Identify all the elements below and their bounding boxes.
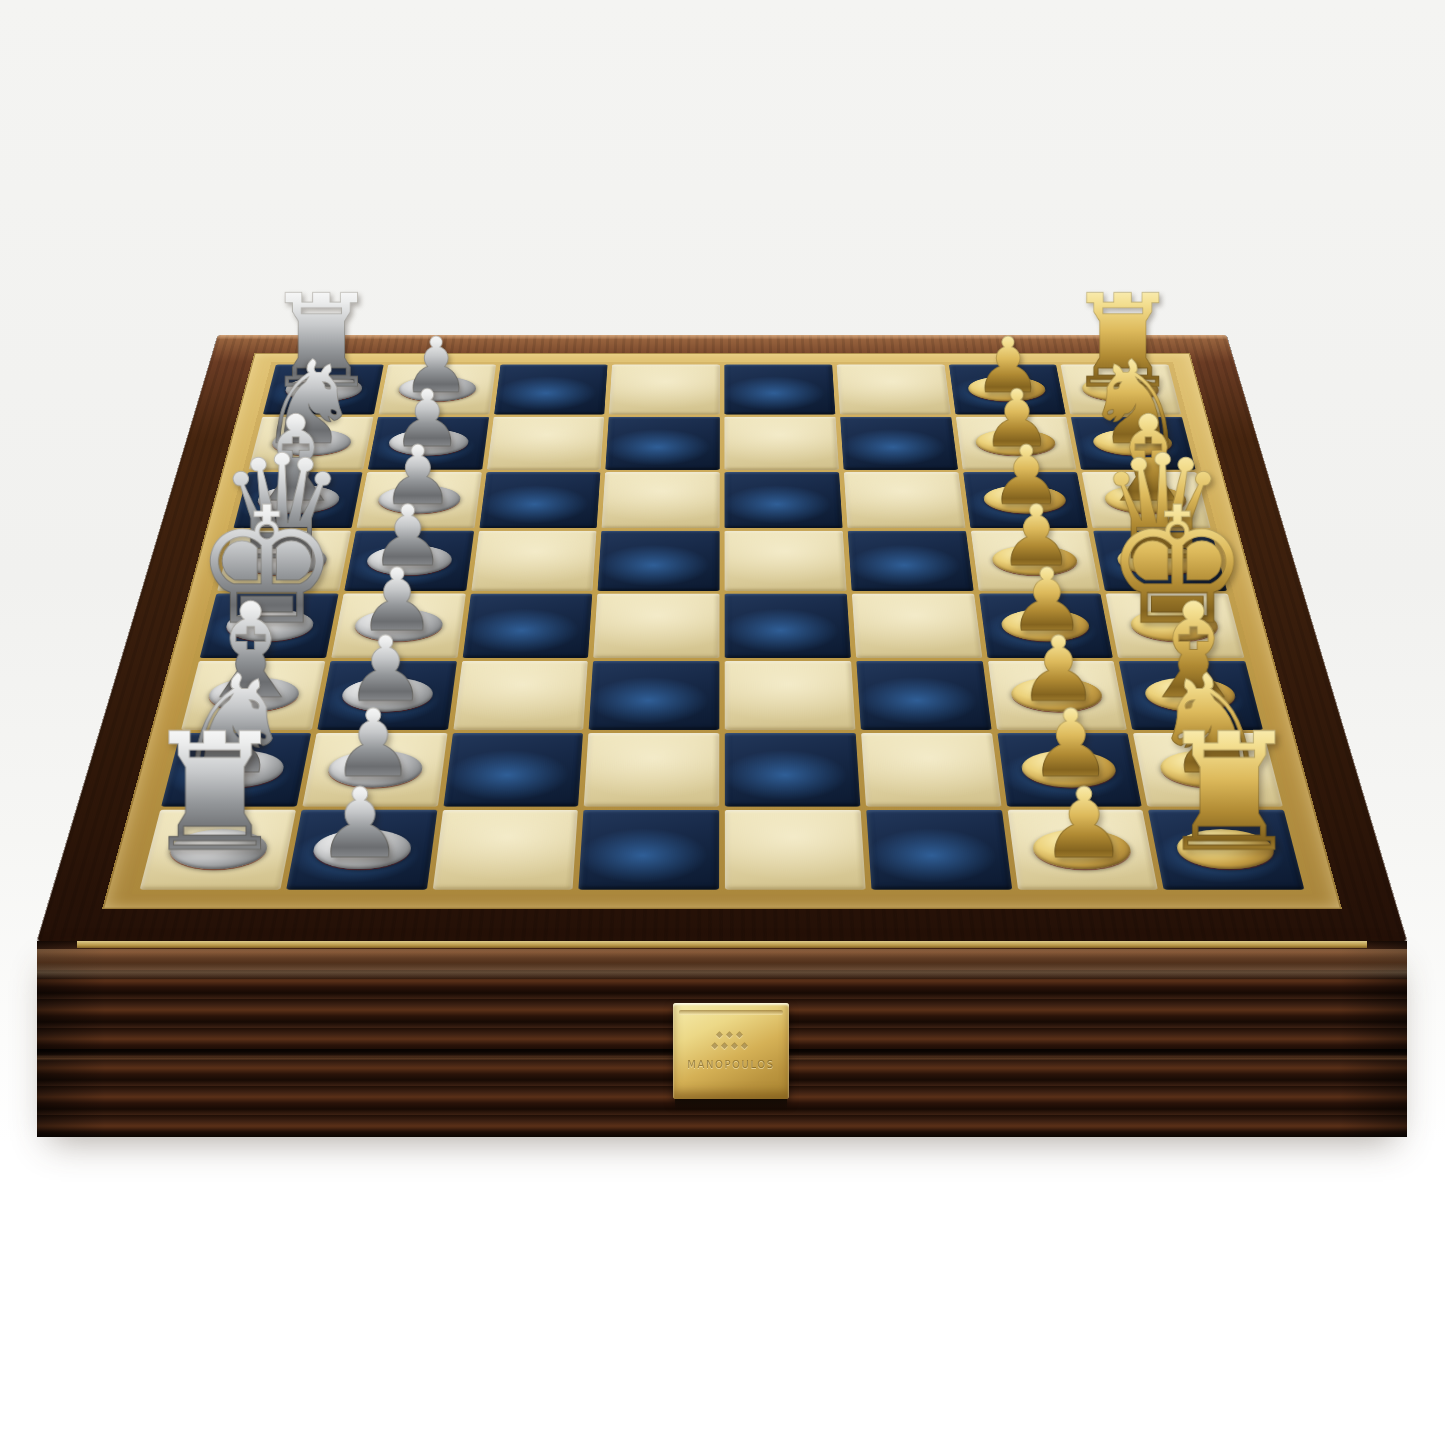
latch-logo-row2: ◆◆◆◆ <box>673 1040 789 1051</box>
latch-engraving: MANOPOULOS <box>673 1059 789 1070</box>
square-d6[interactable] <box>848 531 974 591</box>
board-scene: ♜♟♟♜♞♟♟♞♝♟♟♝♛♟♟♛♚♟♟♚♝♟♟♝♞♟♟♞♜♟♟♜ <box>0 0 1445 1445</box>
square-d3[interactable] <box>471 531 597 591</box>
case-lid-bevel <box>37 949 1407 979</box>
square-h6[interactable] <box>866 810 1012 890</box>
square-g5[interactable] <box>725 733 860 807</box>
square-d5[interactable] <box>725 531 847 591</box>
square-f6[interactable] <box>856 661 991 730</box>
square-g6[interactable] <box>861 733 1001 807</box>
square-a4[interactable] <box>609 365 720 415</box>
square-e6[interactable] <box>852 594 982 658</box>
latch-logo: ◆◆◆ ◆◆◆◆ <box>673 1029 789 1051</box>
square-h7[interactable]: ♟ <box>1007 810 1158 890</box>
square-h2[interactable]: ♟ <box>286 810 437 890</box>
square-b3[interactable] <box>487 417 605 470</box>
square-c6[interactable] <box>844 472 966 528</box>
latch: ◆◆◆ ◆◆◆◆ MANOPOULOS <box>673 1003 789 1099</box>
piece-silver-rook-h1[interactable]: ♜ <box>142 719 288 869</box>
piece-gold-rook-h8[interactable]: ♜ <box>1156 719 1302 869</box>
square-c5[interactable] <box>724 472 842 528</box>
latch-logo-row1: ◆◆◆ <box>673 1029 789 1040</box>
chess-board: ♜♟♟♜♞♟♟♞♝♟♟♝♛♟♟♛♚♟♟♚♝♟♟♝♞♟♟♞♜♟♟♜ <box>37 335 1407 942</box>
square-b4[interactable] <box>606 417 720 470</box>
square-c3[interactable] <box>479 472 601 528</box>
case-front: ◆◆◆ ◆◆◆◆ MANOPOULOS <box>37 941 1407 1137</box>
square-h5[interactable] <box>725 810 866 890</box>
brass-board-edge <box>77 941 1367 948</box>
square-h1[interactable]: ♜ <box>140 810 296 890</box>
board-grid: ♜♟♟♜♞♟♟♞♝♟♟♝♛♟♟♛♚♟♟♚♝♟♟♝♞♟♟♞♜♟♟♜ <box>132 362 1313 894</box>
piece-gold-pawn-h7[interactable]: ♟ <box>1041 779 1128 868</box>
square-f3[interactable] <box>453 661 588 730</box>
piece-silver-pawn-h2[interactable]: ♟ <box>316 779 403 868</box>
square-a6[interactable] <box>836 365 950 415</box>
square-b6[interactable] <box>840 417 958 470</box>
square-a3[interactable] <box>494 365 608 415</box>
square-a5[interactable] <box>724 365 835 415</box>
square-h3[interactable] <box>432 810 578 890</box>
square-d4[interactable] <box>598 531 720 591</box>
square-e4[interactable] <box>593 594 719 658</box>
photo-stage: ♜♟♟♜♞♟♟♞♝♟♟♝♛♟♟♛♚♟♟♚♝♟♟♝♞♟♟♞♜♟♟♜ ◆◆◆ ◆◆◆… <box>0 0 1445 1445</box>
square-h8[interactable]: ♜ <box>1148 810 1304 890</box>
square-b5[interactable] <box>724 417 838 470</box>
square-c4[interactable] <box>602 472 720 528</box>
square-e3[interactable] <box>462 594 592 658</box>
square-g3[interactable] <box>443 733 583 807</box>
square-e5[interactable] <box>725 594 851 658</box>
square-h4[interactable] <box>579 810 720 890</box>
case-bottom-edge <box>37 1128 1407 1137</box>
square-f5[interactable] <box>725 661 856 730</box>
square-f4[interactable] <box>589 661 720 730</box>
brass-border: ♜♟♟♜♞♟♟♞♝♟♟♝♛♟♟♛♚♟♟♚♝♟♟♝♞♟♟♞♜♟♟♜ <box>102 353 1342 908</box>
square-g4[interactable] <box>584 733 719 807</box>
